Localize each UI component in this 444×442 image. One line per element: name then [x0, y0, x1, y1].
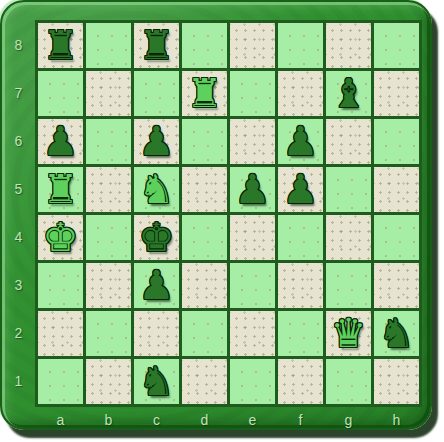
file-label-g: g — [326, 408, 371, 432]
square-e1[interactable] — [230, 359, 275, 404]
square-e2[interactable] — [230, 311, 275, 356]
square-h1[interactable] — [374, 359, 419, 404]
square-f6[interactable]: ♟ — [278, 119, 323, 164]
square-e5[interactable]: ♟ — [230, 167, 275, 212]
square-h8[interactable] — [374, 23, 419, 68]
square-d6[interactable] — [182, 119, 227, 164]
rank-label-7: 7 — [2, 71, 35, 116]
square-a3[interactable] — [38, 263, 83, 308]
piece-dark-pawn[interactable]: ♟ — [235, 167, 271, 212]
rank-label-1: 1 — [2, 359, 35, 404]
file-label-b: b — [86, 408, 131, 432]
square-b6[interactable] — [86, 119, 131, 164]
square-a7[interactable] — [38, 71, 83, 116]
square-e4[interactable] — [230, 215, 275, 260]
square-c5[interactable]: ♞ — [134, 167, 179, 212]
piece-dark-knight[interactable]: ♞ — [379, 311, 415, 356]
square-e6[interactable] — [230, 119, 275, 164]
rank-label-2: 2 — [2, 311, 35, 356]
square-e7[interactable] — [230, 71, 275, 116]
square-c6[interactable]: ♟ — [134, 119, 179, 164]
square-e3[interactable] — [230, 263, 275, 308]
square-b5[interactable] — [86, 167, 131, 212]
square-f1[interactable] — [278, 359, 323, 404]
rank-label-5: 5 — [2, 167, 35, 212]
piece-dark-pawn[interactable]: ♟ — [139, 119, 175, 164]
rank-label-6: 6 — [2, 119, 35, 164]
square-g1[interactable] — [326, 359, 371, 404]
square-h5[interactable] — [374, 167, 419, 212]
piece-dark-king[interactable]: ♚ — [139, 215, 175, 260]
square-d5[interactable] — [182, 167, 227, 212]
square-f5[interactable]: ♟ — [278, 167, 323, 212]
square-h7[interactable] — [374, 71, 419, 116]
square-c1[interactable]: ♞ — [134, 359, 179, 404]
square-a2[interactable] — [38, 311, 83, 356]
piece-dark-pawn[interactable]: ♟ — [283, 167, 319, 212]
square-h2[interactable]: ♞ — [374, 311, 419, 356]
square-b4[interactable] — [86, 215, 131, 260]
square-f7[interactable] — [278, 71, 323, 116]
square-d7[interactable]: ♜ — [182, 71, 227, 116]
square-h4[interactable] — [374, 215, 419, 260]
piece-light-queen[interactable]: ♛ — [331, 311, 367, 356]
square-d8[interactable] — [182, 23, 227, 68]
square-b2[interactable] — [86, 311, 131, 356]
square-g8[interactable] — [326, 23, 371, 68]
square-f4[interactable] — [278, 215, 323, 260]
square-d3[interactable] — [182, 263, 227, 308]
piece-dark-pawn[interactable]: ♟ — [43, 119, 79, 164]
square-d1[interactable] — [182, 359, 227, 404]
square-h3[interactable] — [374, 263, 419, 308]
rank-label-3: 3 — [2, 263, 35, 308]
square-g4[interactable] — [326, 215, 371, 260]
square-c2[interactable] — [134, 311, 179, 356]
file-label-e: e — [230, 408, 275, 432]
piece-light-rook[interactable]: ♜ — [187, 71, 223, 116]
file-label-f: f — [278, 408, 323, 432]
square-c7[interactable] — [134, 71, 179, 116]
rank-label-4: 4 — [2, 215, 35, 260]
square-g6[interactable] — [326, 119, 371, 164]
square-f3[interactable] — [278, 263, 323, 308]
square-b7[interactable] — [86, 71, 131, 116]
piece-dark-rook[interactable]: ♜ — [139, 23, 175, 68]
square-c4[interactable]: ♚ — [134, 215, 179, 260]
square-f8[interactable] — [278, 23, 323, 68]
square-g2[interactable]: ♛ — [326, 311, 371, 356]
piece-light-knight[interactable]: ♞ — [139, 167, 175, 212]
square-f2[interactable] — [278, 311, 323, 356]
square-a4[interactable]: ♚ — [38, 215, 83, 260]
square-c3[interactable]: ♟ — [134, 263, 179, 308]
square-g5[interactable] — [326, 167, 371, 212]
square-e8[interactable] — [230, 23, 275, 68]
piece-light-king[interactable]: ♚ — [43, 215, 79, 260]
square-a5[interactable]: ♜ — [38, 167, 83, 212]
file-label-a: a — [38, 408, 83, 432]
square-b3[interactable] — [86, 263, 131, 308]
square-g7[interactable]: ♝ — [326, 71, 371, 116]
square-b8[interactable] — [86, 23, 131, 68]
piece-light-rook[interactable]: ♜ — [43, 167, 79, 212]
file-label-d: d — [182, 408, 227, 432]
chess-app-window: ♜♜♜♝♟♟♟♜♞♟♟♚♚♟♛♞♞ 87654321 abcdefgh — [0, 0, 444, 442]
square-c8[interactable]: ♜ — [134, 23, 179, 68]
file-label-c: c — [134, 408, 179, 432]
board-frame: ♜♜♜♝♟♟♟♜♞♟♟♚♚♟♛♞♞ 87654321 abcdefgh — [0, 0, 432, 430]
square-b1[interactable] — [86, 359, 131, 404]
chess-board: ♜♜♜♝♟♟♟♜♞♟♟♚♚♟♛♞♞ — [35, 20, 422, 407]
square-a8[interactable]: ♜ — [38, 23, 83, 68]
square-a6[interactable]: ♟ — [38, 119, 83, 164]
piece-dark-rook[interactable]: ♜ — [43, 23, 79, 68]
square-a1[interactable] — [38, 359, 83, 404]
square-h6[interactable] — [374, 119, 419, 164]
piece-dark-pawn[interactable]: ♟ — [283, 119, 319, 164]
square-g3[interactable] — [326, 263, 371, 308]
piece-dark-knight[interactable]: ♞ — [139, 359, 175, 404]
square-d4[interactable] — [182, 215, 227, 260]
piece-dark-pawn[interactable]: ♟ — [139, 263, 175, 308]
file-label-h: h — [374, 408, 419, 432]
piece-dark-bishop[interactable]: ♝ — [331, 71, 367, 116]
rank-label-8: 8 — [2, 23, 35, 68]
square-d2[interactable] — [182, 311, 227, 356]
